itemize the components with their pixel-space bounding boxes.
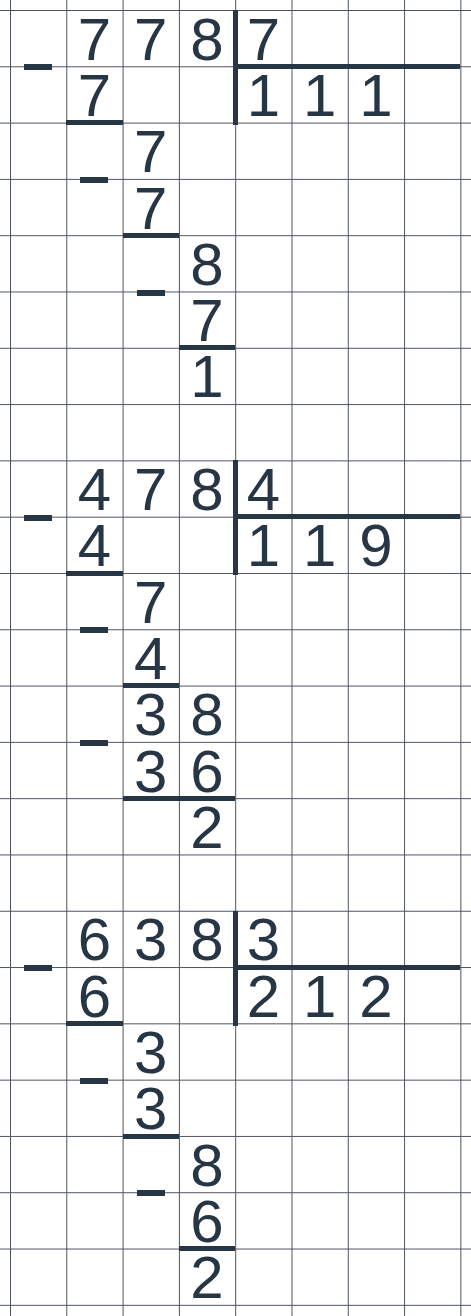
minus-sign	[80, 740, 108, 746]
digit-r17-c5: 1	[291, 967, 347, 1023]
digit-r0-c1: 7	[66, 10, 122, 66]
digit-r14-c3: 2	[179, 798, 235, 854]
minus-sign	[137, 290, 165, 296]
quotient-underline	[235, 965, 460, 970]
worksheet-board: 7787711177871478441197438362638362123386…	[10, 10, 460, 1305]
subtraction-line	[66, 1021, 122, 1026]
digit-r19-c2: 3	[123, 1080, 179, 1136]
digit-r6-c3: 1	[179, 348, 235, 404]
digit-r22-c3: 2	[179, 1249, 235, 1305]
digit-r0-c3: 8	[179, 10, 235, 66]
quotient-underline	[235, 514, 460, 519]
digit-r0-c2: 7	[123, 10, 179, 66]
digit-r8-c4: 4	[235, 460, 291, 516]
minus-sign	[24, 64, 52, 70]
digit-r16-c4: 3	[235, 911, 291, 967]
quotient-underline	[235, 64, 460, 69]
minus-sign	[80, 627, 108, 633]
digit-r3-c2: 7	[123, 179, 179, 235]
digit-r1-c4: 1	[235, 66, 291, 122]
digit-r13-c2: 3	[123, 742, 179, 798]
digit-r10-c2: 7	[123, 573, 179, 629]
minus-sign	[137, 1190, 165, 1196]
digit-r11-c2: 4	[123, 629, 179, 685]
digit-r16-c2: 3	[123, 911, 179, 967]
digit-r9-c1: 4	[66, 517, 122, 573]
subtraction-line	[179, 1246, 235, 1251]
digit-r1-c5: 1	[291, 66, 347, 122]
digit-r12-c2: 3	[123, 686, 179, 742]
minus-sign	[80, 177, 108, 183]
subtraction-line	[123, 1134, 179, 1139]
subtraction-line	[123, 233, 179, 238]
digit-r17-c4: 2	[235, 967, 291, 1023]
subtraction-line	[123, 683, 179, 688]
digit-r2-c2: 7	[123, 123, 179, 179]
digit-r16-c1: 6	[66, 911, 122, 967]
subtraction-line	[66, 571, 122, 576]
digit-r9-c4: 1	[235, 517, 291, 573]
digit-r16-c3: 8	[179, 911, 235, 967]
digit-r9-c5: 1	[291, 517, 347, 573]
digit-r8-c3: 8	[179, 460, 235, 516]
minus-sign	[80, 1078, 108, 1084]
subtraction-line	[66, 120, 122, 125]
worksheet-sheet: 7787711177871478441197438362638362123386…	[0, 0, 471, 1316]
digit-r20-c3: 8	[179, 1136, 235, 1192]
digit-r8-c1: 4	[66, 460, 122, 516]
digit-r5-c3: 7	[179, 291, 235, 347]
digit-r1-c6: 1	[348, 66, 404, 122]
digit-r21-c3: 6	[179, 1192, 235, 1248]
digit-r18-c2: 3	[123, 1023, 179, 1079]
digit-r17-c6: 2	[348, 967, 404, 1023]
digit-r0-c4: 7	[235, 10, 291, 66]
minus-sign	[24, 515, 52, 521]
digit-r4-c3: 8	[179, 235, 235, 291]
subtraction-line	[123, 796, 236, 801]
digit-r1-c1: 7	[66, 66, 122, 122]
subtraction-line	[179, 345, 235, 350]
digit-r9-c6: 9	[348, 517, 404, 573]
digit-r17-c1: 6	[66, 967, 122, 1023]
digit-r12-c3: 8	[179, 686, 235, 742]
digit-r13-c3: 6	[179, 742, 235, 798]
digit-r8-c2: 7	[123, 460, 179, 516]
minus-sign	[24, 965, 52, 971]
